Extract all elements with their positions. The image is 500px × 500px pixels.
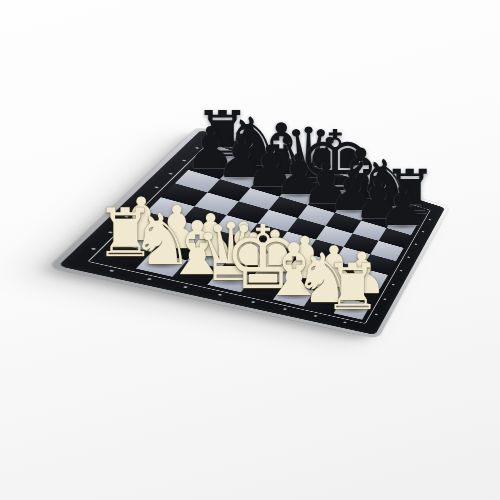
pieces-layer: ♜♞♟♝♟♛♟♚♟♝♟♞♟♜♟♟♟♟♜♟♞♟♟♝♟♛♟♚♟♝♞♜ — [0, 0, 500, 500]
white-rook: ♜ — [324, 255, 381, 319]
black-pawn: ♟ — [378, 179, 427, 234]
chess-set-photo-scene: ♜♞♟♝♟♛♟♚♟♝♟♞♟♜♟♟♟♟♜♟♞♟♟♝♟♛♟♚♟♝♞♜ — [0, 0, 500, 500]
